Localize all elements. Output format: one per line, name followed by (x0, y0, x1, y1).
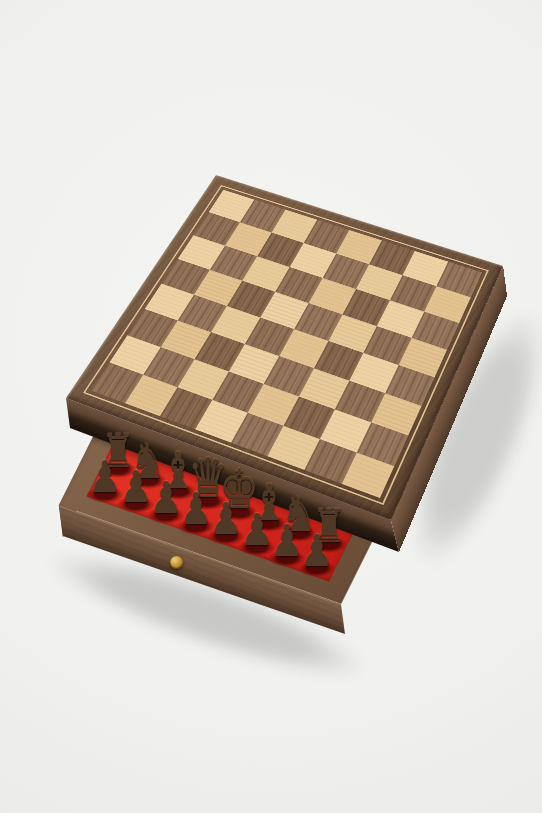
stored-piece-pawn: ♟ (89, 455, 121, 499)
product-photo-chess-box: ♜♞♝♛♚♝♞♜♟♟♟♟♟♟♟♟ (0, 0, 542, 813)
stored-piece-pawn: ♟ (241, 508, 273, 552)
stored-piece-pawn: ♟ (301, 529, 333, 573)
stored-piece-pawn: ♟ (210, 497, 242, 541)
stored-piece-pawn: ♟ (271, 519, 303, 563)
stored-piece-pawn: ♟ (119, 465, 151, 509)
stored-piece-pawn: ♟ (150, 476, 182, 520)
drawer-knob (170, 556, 183, 569)
stored-piece-pawn: ♟ (180, 487, 212, 531)
